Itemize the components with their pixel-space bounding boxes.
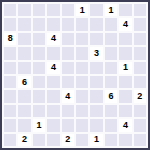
cell-r4c8[interactable] (105, 47, 117, 59)
cell-r9c4[interactable] (47, 119, 59, 131)
cell-r1c5[interactable] (62, 4, 74, 16)
cell-r1c3[interactable] (33, 4, 45, 16)
cell-r2c7[interactable] (90, 18, 102, 30)
cell-r10c3[interactable] (33, 134, 45, 146)
clue-cell-r7c10: 2 (134, 90, 146, 102)
cell-r6c10[interactable] (134, 76, 146, 88)
cell-r3c6[interactable] (76, 33, 88, 45)
cell-r1c10[interactable] (134, 4, 146, 16)
cell-r8c1[interactable] (4, 105, 16, 117)
cell-r10c8[interactable] (105, 134, 117, 146)
cell-r2c2[interactable] (18, 18, 30, 30)
cell-r8c8[interactable] (105, 105, 117, 117)
cell-r9c1[interactable] (4, 119, 16, 131)
cell-r8c7[interactable] (90, 105, 102, 117)
cell-r5c8[interactable] (105, 62, 117, 74)
cell-r7c6[interactable] (76, 90, 88, 102)
cell-r8c4[interactable] (47, 105, 59, 117)
cell-r10c9[interactable] (119, 134, 131, 146)
cell-r6c9[interactable] (119, 76, 131, 88)
cell-r5c6[interactable] (76, 62, 88, 74)
clue-cell-r5c9: 1 (119, 62, 131, 74)
cell-r4c5[interactable] (62, 47, 74, 59)
cell-r2c10[interactable] (134, 18, 146, 30)
cell-r7c7[interactable] (90, 90, 102, 102)
cell-r10c6[interactable] (76, 134, 88, 146)
clue-cell-r2c9: 4 (119, 18, 131, 30)
cell-r9c7[interactable] (90, 119, 102, 131)
cell-r7c4[interactable] (47, 90, 59, 102)
cell-r5c2[interactable] (18, 62, 30, 74)
cell-r5c7[interactable] (90, 62, 102, 74)
cell-r8c9[interactable] (119, 105, 131, 117)
puzzle-board: 11484341646214221 (0, 0, 150, 150)
cell-r9c6[interactable] (76, 119, 88, 131)
cell-r7c9[interactable] (119, 90, 131, 102)
cell-r1c1[interactable] (4, 4, 16, 16)
cell-r9c10[interactable] (134, 119, 146, 131)
cell-r8c2[interactable] (18, 105, 30, 117)
cell-r5c10[interactable] (134, 62, 146, 74)
cell-r2c8[interactable] (105, 18, 117, 30)
cell-r1c2[interactable] (18, 4, 30, 16)
cell-r4c4[interactable] (47, 47, 59, 59)
clue-cell-r9c3: 1 (33, 119, 45, 131)
cell-r2c3[interactable] (33, 18, 45, 30)
cell-r9c5[interactable] (62, 119, 74, 131)
cell-r4c6[interactable] (76, 47, 88, 59)
clue-cell-r10c2: 2 (18, 134, 30, 146)
cell-r3c5[interactable] (62, 33, 74, 45)
cell-r1c7[interactable] (90, 4, 102, 16)
cell-r6c6[interactable] (76, 76, 88, 88)
cell-r8c6[interactable] (76, 105, 88, 117)
clue-cell-r4c7: 3 (90, 47, 102, 59)
cell-r2c5[interactable] (62, 18, 74, 30)
cell-r7c1[interactable] (4, 90, 16, 102)
cell-r10c4[interactable] (47, 134, 59, 146)
cell-r8c10[interactable] (134, 105, 146, 117)
clue-cell-r10c5: 2 (62, 134, 74, 146)
cell-r6c3[interactable] (33, 76, 45, 88)
cell-r1c9[interactable] (119, 4, 131, 16)
cell-r4c1[interactable] (4, 47, 16, 59)
clue-cell-r10c7: 1 (90, 134, 102, 146)
clue-cell-r3c1: 8 (4, 33, 16, 45)
clue-cell-r9c9: 4 (119, 119, 131, 131)
cell-r5c3[interactable] (33, 62, 45, 74)
cell-r6c5[interactable] (62, 76, 74, 88)
cell-r2c6[interactable] (76, 18, 88, 30)
cell-r3c2[interactable] (18, 33, 30, 45)
cell-r6c7[interactable] (90, 76, 102, 88)
cell-r4c2[interactable] (18, 47, 30, 59)
clue-cell-r7c5: 4 (62, 90, 74, 102)
clue-cell-r3c4: 4 (47, 33, 59, 45)
cell-r6c4[interactable] (47, 76, 59, 88)
cell-r8c5[interactable] (62, 105, 74, 117)
cell-r5c1[interactable] (4, 62, 16, 74)
cell-r3c9[interactable] (119, 33, 131, 45)
cell-r7c3[interactable] (33, 90, 45, 102)
cell-r8c3[interactable] (33, 105, 45, 117)
clue-cell-r1c6: 1 (76, 4, 88, 16)
cell-r1c4[interactable] (47, 4, 59, 16)
cell-r3c8[interactable] (105, 33, 117, 45)
cell-r5c5[interactable] (62, 62, 74, 74)
cell-r6c1[interactable] (4, 76, 16, 88)
clue-cell-r7c8: 6 (105, 90, 117, 102)
cell-r4c9[interactable] (119, 47, 131, 59)
clue-cell-r1c8: 1 (105, 4, 117, 16)
cell-r10c1[interactable] (4, 134, 16, 146)
cell-r4c10[interactable] (134, 47, 146, 59)
cell-r9c2[interactable] (18, 119, 30, 131)
cell-r4c3[interactable] (33, 47, 45, 59)
cell-r3c10[interactable] (134, 33, 146, 45)
cell-r10c10[interactable] (134, 134, 146, 146)
cell-r9c8[interactable] (105, 119, 117, 131)
cell-r3c7[interactable] (90, 33, 102, 45)
cell-r6c8[interactable] (105, 76, 117, 88)
clue-cell-r6c2: 6 (18, 76, 30, 88)
cell-r7c2[interactable] (18, 90, 30, 102)
clue-cell-r5c4: 4 (47, 62, 59, 74)
cell-r3c3[interactable] (33, 33, 45, 45)
cell-r2c4[interactable] (47, 18, 59, 30)
cell-r2c1[interactable] (4, 18, 16, 30)
